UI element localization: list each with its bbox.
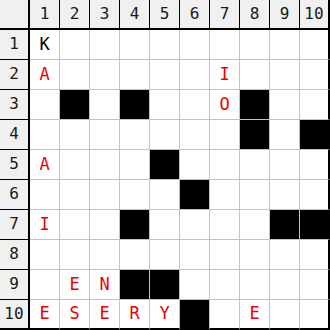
cell-5-4[interactable] <box>120 150 150 180</box>
cell-8-3[interactable] <box>90 240 120 270</box>
cell-9-3[interactable]: N <box>90 270 120 300</box>
cell-6-10[interactable] <box>300 180 330 210</box>
cell-6-2[interactable] <box>60 180 90 210</box>
cell-1-1[interactable]: K <box>30 30 60 60</box>
cell-8-1[interactable] <box>30 240 60 270</box>
row-header-4: 4 <box>0 120 30 150</box>
cell-6-8[interactable] <box>240 180 270 210</box>
cell-7-2[interactable] <box>60 210 90 240</box>
col-header-5: 5 <box>150 0 180 30</box>
blocked-cell-7-9 <box>270 210 300 240</box>
col-header-9: 9 <box>270 0 300 30</box>
cell-8-6[interactable] <box>180 240 210 270</box>
cell-9-2[interactable]: E <box>60 270 90 300</box>
cell-5-6[interactable] <box>180 150 210 180</box>
cell-3-3[interactable] <box>90 90 120 120</box>
cell-9-6[interactable] <box>180 270 210 300</box>
blocked-cell-9-4 <box>120 270 150 300</box>
cell-9-7[interactable] <box>210 270 240 300</box>
row-header-7: 7 <box>0 210 30 240</box>
cell-4-9[interactable] <box>270 120 300 150</box>
cell-8-10[interactable] <box>300 240 330 270</box>
cell-4-6[interactable] <box>180 120 210 150</box>
cell-9-10[interactable] <box>300 270 330 300</box>
cell-5-3[interactable] <box>90 150 120 180</box>
cell-5-7[interactable] <box>210 150 240 180</box>
blocked-cell-9-5 <box>150 270 180 300</box>
cell-2-7[interactable]: I <box>210 60 240 90</box>
cell-10-2[interactable]: S <box>60 300 90 330</box>
row-header-10: 10 <box>0 300 30 330</box>
cell-8-4[interactable] <box>120 240 150 270</box>
cell-8-8[interactable] <box>240 240 270 270</box>
cell-10-3[interactable]: E <box>90 300 120 330</box>
cell-2-5[interactable] <box>150 60 180 90</box>
cell-7-3[interactable] <box>90 210 120 240</box>
cell-7-6[interactable] <box>180 210 210 240</box>
blocked-cell-6-6 <box>180 180 210 210</box>
cell-4-2[interactable] <box>60 120 90 150</box>
cell-7-8[interactable] <box>240 210 270 240</box>
row-header-9: 9 <box>0 270 30 300</box>
row-header-1: 1 <box>0 30 30 60</box>
blocked-cell-10-6 <box>180 300 210 330</box>
cell-2-10[interactable] <box>300 60 330 90</box>
col-header-3: 3 <box>90 0 120 30</box>
cell-2-4[interactable] <box>120 60 150 90</box>
cell-1-9[interactable] <box>270 30 300 60</box>
cell-3-6[interactable] <box>180 90 210 120</box>
row-header-5: 5 <box>0 150 30 180</box>
cell-3-7[interactable]: O <box>210 90 240 120</box>
cell-10-4[interactable]: R <box>120 300 150 330</box>
blocked-cell-3-2 <box>60 90 90 120</box>
cell-2-2[interactable] <box>60 60 90 90</box>
col-header-10: 10 <box>300 0 330 30</box>
cell-2-6[interactable] <box>180 60 210 90</box>
blocked-cell-3-4 <box>120 90 150 120</box>
puzzle-board: 123456789101K2AI3O45A67I89EN10ESERYE <box>0 0 330 330</box>
cell-10-9[interactable] <box>270 300 300 330</box>
cell-10-8[interactable]: E <box>240 300 270 330</box>
cell-4-4[interactable] <box>120 120 150 150</box>
col-header-8: 8 <box>240 0 270 30</box>
cell-5-1[interactable]: A <box>30 150 60 180</box>
cell-7-5[interactable] <box>150 210 180 240</box>
cell-8-2[interactable] <box>60 240 90 270</box>
corner-cell <box>0 0 30 30</box>
cell-1-10[interactable] <box>300 30 330 60</box>
row-header-8: 8 <box>0 240 30 270</box>
cell-10-1[interactable]: E <box>30 300 60 330</box>
cell-5-2[interactable] <box>60 150 90 180</box>
cell-1-8[interactable] <box>240 30 270 60</box>
cell-3-10[interactable] <box>300 90 330 120</box>
cell-1-3[interactable] <box>90 30 120 60</box>
col-header-7: 7 <box>210 0 240 30</box>
cell-1-7[interactable] <box>210 30 240 60</box>
row-header-2: 2 <box>0 60 30 90</box>
cell-9-8[interactable] <box>240 270 270 300</box>
cell-10-7[interactable] <box>210 300 240 330</box>
cell-6-3[interactable] <box>90 180 120 210</box>
cell-2-3[interactable] <box>90 60 120 90</box>
blocked-cell-3-8 <box>240 90 270 120</box>
cell-3-5[interactable] <box>150 90 180 120</box>
row-header-3: 3 <box>0 90 30 120</box>
blocked-cell-4-10 <box>300 120 330 150</box>
blocked-cell-7-10 <box>300 210 330 240</box>
col-header-4: 4 <box>120 0 150 30</box>
cell-6-4[interactable] <box>120 180 150 210</box>
cell-6-1[interactable] <box>30 180 60 210</box>
cell-5-9[interactable] <box>270 150 300 180</box>
cell-1-5[interactable] <box>150 30 180 60</box>
cell-3-1[interactable] <box>30 90 60 120</box>
cell-9-9[interactable] <box>270 270 300 300</box>
col-header-1: 1 <box>30 0 60 30</box>
blocked-cell-5-5 <box>150 150 180 180</box>
cell-9-1[interactable] <box>30 270 60 300</box>
cell-10-5[interactable]: Y <box>150 300 180 330</box>
cell-2-9[interactable] <box>270 60 300 90</box>
cell-5-8[interactable] <box>240 150 270 180</box>
cell-7-1[interactable]: I <box>30 210 60 240</box>
cell-4-7[interactable] <box>210 120 240 150</box>
cell-6-7[interactable] <box>210 180 240 210</box>
cell-1-2[interactable] <box>60 30 90 60</box>
col-header-2: 2 <box>60 0 90 30</box>
cell-1-4[interactable] <box>120 30 150 60</box>
blocked-cell-4-8 <box>240 120 270 150</box>
blocked-cell-7-4 <box>120 210 150 240</box>
cell-4-3[interactable] <box>90 120 120 150</box>
cell-10-10[interactable] <box>300 300 330 330</box>
cell-8-5[interactable] <box>150 240 180 270</box>
cell-2-8[interactable] <box>240 60 270 90</box>
cell-6-5[interactable] <box>150 180 180 210</box>
cell-4-1[interactable] <box>30 120 60 150</box>
cell-7-7[interactable] <box>210 210 240 240</box>
col-header-6: 6 <box>180 0 210 30</box>
cell-8-9[interactable] <box>270 240 300 270</box>
cell-5-10[interactable] <box>300 150 330 180</box>
cell-2-1[interactable]: A <box>30 60 60 90</box>
cell-1-6[interactable] <box>180 30 210 60</box>
row-header-6: 6 <box>0 180 30 210</box>
cell-3-9[interactable] <box>270 90 300 120</box>
cell-6-9[interactable] <box>270 180 300 210</box>
cell-4-5[interactable] <box>150 120 180 150</box>
cell-8-7[interactable] <box>210 240 240 270</box>
